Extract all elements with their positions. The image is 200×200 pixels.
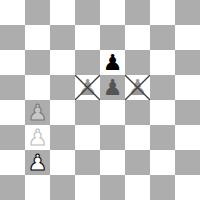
square-b7	[25, 25, 50, 50]
ghost-white-pawn-b3: ♟	[28, 125, 48, 150]
square-c1	[50, 175, 75, 200]
white-pawn-b2: ♟	[28, 150, 48, 175]
square-e6: ♟	[100, 50, 125, 75]
square-d3	[75, 125, 100, 150]
square-e5: ♟	[100, 75, 125, 100]
square-c8	[50, 0, 75, 25]
square-f8	[125, 0, 150, 25]
ghost-black-pawn-e5: ♟	[103, 75, 123, 100]
square-d1	[75, 175, 100, 200]
square-d2	[75, 150, 100, 175]
square-f3	[125, 125, 150, 150]
square-g3	[150, 125, 175, 150]
square-e8	[100, 0, 125, 25]
square-c4	[50, 100, 75, 125]
square-g2	[150, 150, 175, 175]
square-h2	[175, 150, 200, 175]
square-e1	[100, 175, 125, 200]
square-f7	[125, 25, 150, 50]
square-a8	[0, 0, 25, 25]
square-a4	[0, 100, 25, 125]
square-a7	[0, 25, 25, 50]
square-g6	[150, 50, 175, 75]
square-e2	[100, 150, 125, 175]
ghost-white-pawn-b4: ♟	[28, 100, 48, 125]
square-d5: ♟	[75, 75, 100, 100]
square-h5	[175, 75, 200, 100]
square-b2: ♟	[25, 150, 50, 175]
square-h3	[175, 125, 200, 150]
square-g5	[150, 75, 175, 100]
square-b4: ♟	[25, 100, 50, 125]
square-h7	[175, 25, 200, 50]
black-pawn-e6: ♟	[103, 50, 123, 75]
square-h4	[175, 100, 200, 125]
square-d6	[75, 50, 100, 75]
chess-board: ♟♟♟♟♟♟♟	[0, 0, 200, 200]
square-c3	[50, 125, 75, 150]
square-d8	[75, 0, 100, 25]
square-b6	[25, 50, 50, 75]
ghost-black-pawn-d5: ♟	[78, 75, 98, 100]
square-a3	[0, 125, 25, 150]
ghost-black-pawn-f5: ♟	[128, 75, 148, 100]
square-f6	[125, 50, 150, 75]
square-e3	[100, 125, 125, 150]
square-b8	[25, 0, 50, 25]
square-b1	[25, 175, 50, 200]
square-g7	[150, 25, 175, 50]
square-c6	[50, 50, 75, 75]
square-h6	[175, 50, 200, 75]
square-b5	[25, 75, 50, 100]
square-f5: ♟	[125, 75, 150, 100]
square-g1	[150, 175, 175, 200]
square-f2	[125, 150, 150, 175]
square-a5	[0, 75, 25, 100]
square-b3: ♟	[25, 125, 50, 150]
square-g8	[150, 0, 175, 25]
square-d4	[75, 100, 100, 125]
square-g4	[150, 100, 175, 125]
square-h1	[175, 175, 200, 200]
square-e4	[100, 100, 125, 125]
square-d7	[75, 25, 100, 50]
square-a6	[0, 50, 25, 75]
square-h8	[175, 0, 200, 25]
square-c2	[50, 150, 75, 175]
square-f1	[125, 175, 150, 200]
square-e7	[100, 25, 125, 50]
square-c5	[50, 75, 75, 100]
square-a1	[0, 175, 25, 200]
square-f4	[125, 100, 150, 125]
square-c7	[50, 25, 75, 50]
square-a2	[0, 150, 25, 175]
